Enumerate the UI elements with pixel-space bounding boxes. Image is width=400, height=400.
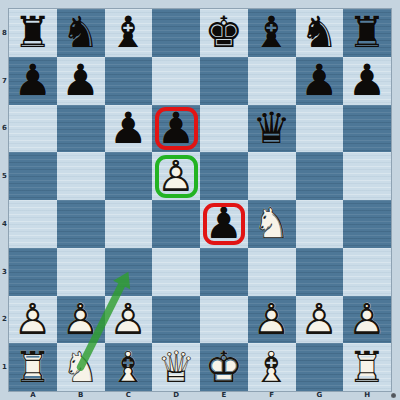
square-g7[interactable]: ♟ (296, 57, 344, 105)
square-e4[interactable]: ♟ (200, 200, 248, 248)
square-d6[interactable]: ♟ (152, 105, 200, 153)
piece-black-pawn-d6[interactable]: ♟ (152, 105, 200, 153)
square-g5[interactable] (296, 152, 344, 200)
file-label-c: C (126, 391, 131, 399)
square-f5[interactable] (248, 152, 296, 200)
square-e2[interactable] (200, 296, 248, 344)
square-h4[interactable] (343, 200, 391, 248)
square-h1[interactable]: ♜♖ (343, 343, 391, 391)
square-b3[interactable] (57, 248, 105, 296)
square-d3[interactable] (152, 248, 200, 296)
piece-black-queen-f6[interactable]: ♛ (248, 105, 296, 153)
piece-white-pawn-c2[interactable]: ♟♙ (105, 296, 153, 344)
file-label-g: G (317, 391, 323, 399)
piece-white-pawn-a2[interactable]: ♟♙ (9, 296, 57, 344)
square-a2[interactable]: ♟♙ (9, 296, 57, 344)
square-c3[interactable] (105, 248, 153, 296)
piece-white-pawn-h2[interactable]: ♟♙ (343, 296, 391, 344)
square-b2[interactable]: ♟♙ (57, 296, 105, 344)
square-d5[interactable]: ♟♙ (152, 152, 200, 200)
piece-white-king-e1[interactable]: ♚♔ (200, 343, 248, 391)
square-f8[interactable]: ♝ (248, 9, 296, 57)
square-d2[interactable] (152, 296, 200, 344)
square-a1[interactable]: ♜♖ (9, 343, 57, 391)
piece-white-rook-a1[interactable]: ♜♖ (9, 343, 57, 391)
square-e1[interactable]: ♚♔ (200, 343, 248, 391)
piece-black-pawn-g7[interactable]: ♟ (296, 57, 344, 105)
rank-label-1: 1 (0, 363, 9, 371)
square-g1[interactable] (296, 343, 344, 391)
file-label-a: A (30, 391, 35, 399)
square-b5[interactable] (57, 152, 105, 200)
square-g8[interactable]: ♞ (296, 9, 344, 57)
square-d8[interactable] (152, 9, 200, 57)
square-h3[interactable] (343, 248, 391, 296)
piece-black-pawn-e4[interactable]: ♟ (200, 200, 248, 248)
piece-white-pawn-b2[interactable]: ♟♙ (57, 296, 105, 344)
rank-label-6: 6 (0, 124, 9, 132)
square-g3[interactable] (296, 248, 344, 296)
rank-label-2: 2 (0, 315, 9, 323)
file-label-d: D (173, 391, 179, 399)
square-b6[interactable] (57, 105, 105, 153)
square-e6[interactable] (200, 105, 248, 153)
piece-white-knight-b1[interactable]: ♞♘ (57, 343, 105, 391)
piece-black-king-e8[interactable]: ♚ (200, 9, 248, 57)
square-c5[interactable] (105, 152, 153, 200)
piece-black-knight-b8[interactable]: ♞ (57, 9, 105, 57)
square-g6[interactable] (296, 105, 344, 153)
piece-black-rook-a8[interactable]: ♜ (9, 9, 57, 57)
square-d1[interactable]: ♛♕ (152, 343, 200, 391)
piece-black-pawn-a7[interactable]: ♟ (9, 57, 57, 105)
file-label-e: E (221, 391, 226, 399)
square-b1[interactable]: ♞♘ (57, 343, 105, 391)
square-c1[interactable]: ♝♗ (105, 343, 153, 391)
piece-white-pawn-f2[interactable]: ♟♙ (248, 296, 296, 344)
chess-board-widget: ♜♞♝♚♝♞♜♟♟♟♟♟♟♛♟♙♟♞♘♟♙♟♙♟♙♟♙♟♙♟♙♜♖♞♘♝♗♛♕♚… (0, 0, 400, 400)
square-a5[interactable] (9, 152, 57, 200)
piece-black-rook-h8[interactable]: ♜ (343, 9, 391, 57)
square-c2[interactable]: ♟♙ (105, 296, 153, 344)
piece-white-bishop-f1[interactable]: ♝♗ (248, 343, 296, 391)
square-e8[interactable]: ♚ (200, 9, 248, 57)
square-c7[interactable] (105, 57, 153, 105)
square-c8[interactable]: ♝ (105, 9, 153, 57)
chess-board: ♜♞♝♚♝♞♜♟♟♟♟♟♟♛♟♙♟♞♘♟♙♟♙♟♙♟♙♟♙♟♙♜♖♞♘♝♗♛♕♚… (9, 9, 391, 391)
file-label-b: B (78, 391, 83, 399)
file-label-f: F (269, 391, 274, 399)
square-f7[interactable] (248, 57, 296, 105)
rank-label-8: 8 (0, 29, 9, 37)
rank-label-7: 7 (0, 77, 9, 85)
piece-black-knight-g8[interactable]: ♞ (296, 9, 344, 57)
piece-white-bishop-c1[interactable]: ♝♗ (105, 343, 153, 391)
piece-black-pawn-b7[interactable]: ♟ (57, 57, 105, 105)
piece-white-rook-h1[interactable]: ♜♖ (343, 343, 391, 391)
square-f4[interactable]: ♞♘ (248, 200, 296, 248)
square-b7[interactable]: ♟ (57, 57, 105, 105)
square-d4[interactable] (152, 200, 200, 248)
square-b4[interactable] (57, 200, 105, 248)
square-h7[interactable]: ♟ (343, 57, 391, 105)
square-f6[interactable]: ♛ (248, 105, 296, 153)
square-h6[interactable] (343, 105, 391, 153)
square-d7[interactable] (152, 57, 200, 105)
square-g4[interactable] (296, 200, 344, 248)
square-a6[interactable] (9, 105, 57, 153)
square-b8[interactable]: ♞ (57, 9, 105, 57)
square-e3[interactable] (200, 248, 248, 296)
rank-label-5: 5 (0, 172, 9, 180)
rank-label-3: 3 (0, 268, 9, 276)
piece-black-bishop-f8[interactable]: ♝ (248, 9, 296, 57)
square-g2[interactable]: ♟♙ (296, 296, 344, 344)
square-a4[interactable] (9, 200, 57, 248)
square-c6[interactable]: ♟ (105, 105, 153, 153)
piece-white-pawn-g2[interactable]: ♟♙ (296, 296, 344, 344)
piece-white-queen-d1[interactable]: ♛♕ (152, 343, 200, 391)
corner-resize-handle[interactable] (391, 393, 396, 398)
square-e7[interactable] (200, 57, 248, 105)
square-h8[interactable]: ♜ (343, 9, 391, 57)
file-label-h: H (364, 391, 370, 399)
rank-label-4: 4 (0, 220, 9, 228)
piece-black-bishop-c8[interactable]: ♝ (105, 9, 153, 57)
piece-black-pawn-c6[interactable]: ♟ (105, 105, 153, 153)
square-f2[interactable]: ♟♙ (248, 296, 296, 344)
piece-white-pawn-d5[interactable]: ♟♙ (152, 152, 200, 200)
piece-black-pawn-h7[interactable]: ♟ (343, 57, 391, 105)
square-e5[interactable] (200, 152, 248, 200)
square-h5[interactable] (343, 152, 391, 200)
square-a7[interactable]: ♟ (9, 57, 57, 105)
square-a8[interactable]: ♜ (9, 9, 57, 57)
square-a3[interactable] (9, 248, 57, 296)
square-c4[interactable] (105, 200, 153, 248)
square-f1[interactable]: ♝♗ (248, 343, 296, 391)
piece-white-knight-f4[interactable]: ♞♘ (248, 200, 296, 248)
square-h2[interactable]: ♟♙ (343, 296, 391, 344)
square-f3[interactable] (248, 248, 296, 296)
